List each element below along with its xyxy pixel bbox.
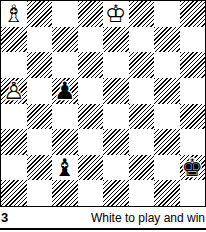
square-g3[interactable] [154,129,180,155]
square-c8[interactable] [52,1,78,27]
square-h8[interactable] [180,1,206,27]
square-b5[interactable] [27,78,53,104]
square-h4[interactable] [180,104,206,130]
square-e8[interactable]: ♚♔ [103,1,129,27]
bottom-rule [0,228,206,230]
square-c1[interactable] [52,180,78,206]
square-f6[interactable] [129,52,155,78]
square-e3[interactable] [103,129,129,155]
square-g6[interactable] [154,52,180,78]
square-c6[interactable] [52,52,78,78]
square-b7[interactable] [27,27,53,53]
square-g7[interactable] [154,27,180,53]
square-b3[interactable] [27,129,53,155]
square-e5[interactable] [103,78,129,104]
square-f1[interactable] [129,180,155,206]
square-b8[interactable] [27,1,53,27]
square-f3[interactable] [129,129,155,155]
square-d6[interactable] [78,52,104,78]
square-d8[interactable] [78,1,104,27]
black-pawn-piece[interactable]: ♟ [52,78,78,104]
square-a7[interactable] [1,27,27,53]
square-c4[interactable] [52,104,78,130]
square-e2[interactable] [103,155,129,181]
square-g5[interactable] [154,78,180,104]
black-bishop-piece[interactable]: ♝ [52,155,78,181]
square-a2[interactable] [1,155,27,181]
square-h5[interactable] [180,78,206,104]
square-a3[interactable] [1,129,27,155]
square-h7[interactable] [180,27,206,53]
square-e6[interactable] [103,52,129,78]
chess-board: ♝♗♚♔♟♙♟♟♝♝♚♚ [0,0,206,207]
square-e1[interactable] [103,180,129,206]
square-a1[interactable] [1,180,27,206]
square-a8[interactable]: ♝♗ [1,1,27,27]
problem-number: 3 [1,210,8,225]
square-b1[interactable] [27,180,53,206]
black-king-piece[interactable]: ♚ [180,155,206,181]
square-g2[interactable] [154,155,180,181]
square-c2[interactable]: ♝♝ [52,155,78,181]
square-a6[interactable] [1,52,27,78]
square-h2[interactable]: ♚♚ [180,155,206,181]
square-d1[interactable] [78,180,104,206]
square-h6[interactable] [180,52,206,78]
square-c5[interactable]: ♟♟ [52,78,78,104]
white-bishop-piece[interactable]: ♗ [1,1,27,27]
chess-puzzle-diagram: ♝♗♚♔♟♙♟♟♝♝♚♚ 3 White to play and win [0,0,206,232]
square-g4[interactable] [154,104,180,130]
square-d5[interactable] [78,78,104,104]
square-b4[interactable] [27,104,53,130]
square-f8[interactable] [129,1,155,27]
square-f7[interactable] [129,27,155,53]
white-pawn-piece[interactable]: ♙ [1,78,27,104]
square-h3[interactable] [180,129,206,155]
white-king-piece[interactable]: ♔ [103,1,129,27]
caption-text: White to play and win [91,211,205,225]
square-b6[interactable] [27,52,53,78]
diagram-caption: 3 White to play and win [0,207,206,228]
square-b2[interactable] [27,155,53,181]
square-e4[interactable] [103,104,129,130]
square-f5[interactable] [129,78,155,104]
square-f2[interactable] [129,155,155,181]
square-h1[interactable] [180,180,206,206]
square-d7[interactable] [78,27,104,53]
square-g1[interactable] [154,180,180,206]
square-a5[interactable]: ♟♙ [1,78,27,104]
square-f4[interactable] [129,104,155,130]
square-a4[interactable] [1,104,27,130]
square-d4[interactable] [78,104,104,130]
square-d2[interactable] [78,155,104,181]
square-e7[interactable] [103,27,129,53]
square-c7[interactable] [52,27,78,53]
square-g8[interactable] [154,1,180,27]
square-c3[interactable] [52,129,78,155]
square-d3[interactable] [78,129,104,155]
